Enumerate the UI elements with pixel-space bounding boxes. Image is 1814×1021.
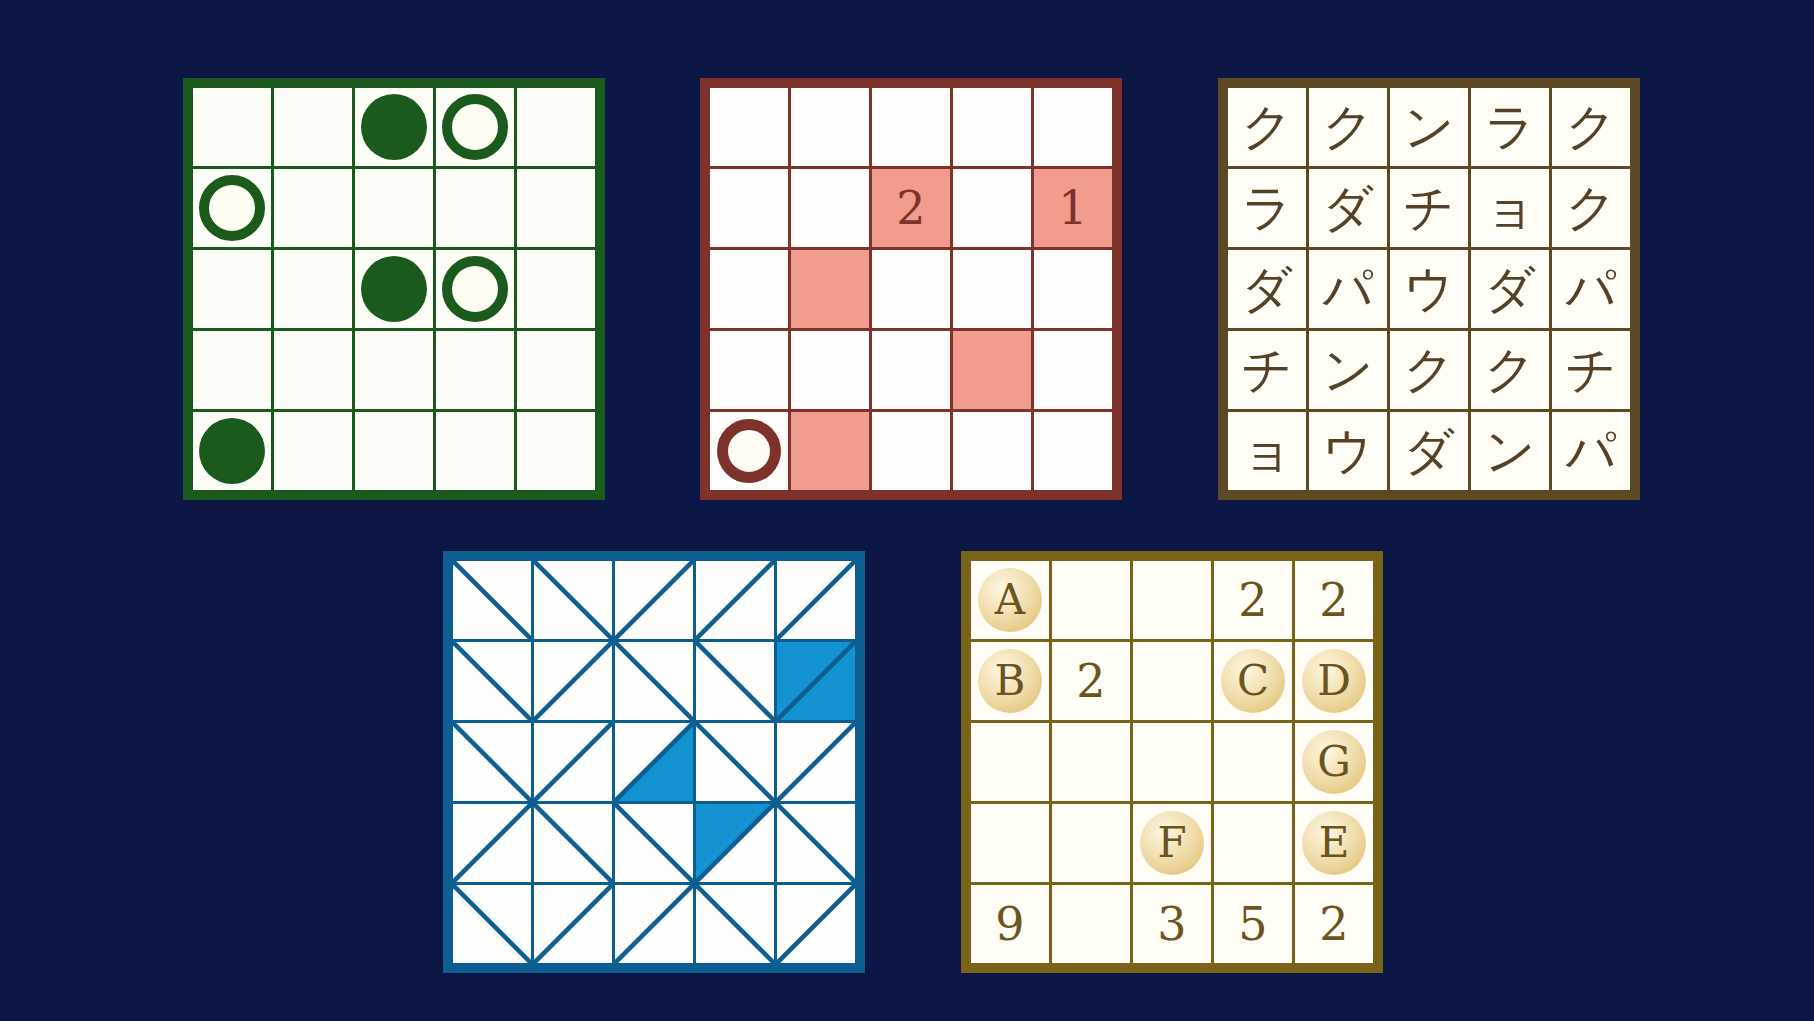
clue-number: 1 [1058,185,1087,231]
stones-cell-r5c2[interactable] [274,412,352,490]
triangles-cell-r1c2[interactable] [534,561,612,639]
back-diagonal-cell [696,642,774,720]
back-diagonal-cell [696,723,774,801]
letters-cell-r2c4[interactable]: C [1214,642,1292,720]
forward-diagonal-cell [777,723,855,801]
katakana-letter: パ [1565,264,1616,314]
stones-cell-r4c1[interactable] [193,331,271,409]
triangles-cell-r3c3[interactable] [615,723,693,801]
open-stone [442,256,508,322]
triangles-cell-r3c5[interactable] [777,723,855,801]
letters-cell-r2c1[interactable]: B [971,642,1049,720]
triangles-cell-r5c1[interactable] [453,885,531,963]
stones-cell-r1c5[interactable] [517,88,595,166]
triangles-cell-r2c1[interactable] [453,642,531,720]
shaded-cell-r1c5[interactable] [1034,88,1112,166]
back-diagonal-cell [453,885,531,963]
triangles-cell-r3c4[interactable] [696,723,774,801]
katakana-cell-r2c4[interactable]: ョ [1471,169,1549,247]
katakana-cell-r3c5[interactable]: パ [1552,250,1630,328]
letters-cell-r3c2[interactable] [1052,723,1130,801]
stones-cell-r3c1[interactable] [193,250,271,328]
shaded-cell-r5c4[interactable] [953,412,1031,490]
katakana-letter: ク [1322,102,1373,152]
katakana-letter: ラ [1241,183,1292,233]
triangles-cell-r3c1[interactable] [453,723,531,801]
letter-circle-D: D [1302,649,1366,713]
letter-circle-G: G [1302,730,1366,794]
katakana-cell-r4c4[interactable]: ク [1471,331,1549,409]
stones-cell-r4c2[interactable] [274,331,352,409]
katakana-cell-r5c4[interactable]: ン [1471,412,1549,490]
back-diagonal-cell [534,804,612,882]
shaded-cell-r1c1[interactable] [710,88,788,166]
katakana-cell-r2c3[interactable]: チ [1390,169,1468,247]
katakana-letter: チ [1403,183,1454,233]
clue-number: 3 [1157,901,1186,947]
open-circle-mark [717,419,781,483]
forward-diagonal-cell [696,561,774,639]
katakana-letter: ウ [1403,264,1454,314]
clue-number: 2 [1238,577,1267,623]
letters-cell-r5c3[interactable]: 3 [1133,885,1211,963]
stones-cell-r2c2[interactable] [274,169,352,247]
stones-cell-r5c1[interactable] [193,412,271,490]
shaded-cell-r4c3[interactable] [872,331,950,409]
back-diagonal-cell [696,885,774,963]
letters-cell-r3c3[interactable] [1133,723,1211,801]
katakana-letter: ョ [1241,426,1292,476]
katakana-cell-r4c5[interactable]: チ [1552,331,1630,409]
katakana-letter: ダ [1403,426,1454,476]
katakana-cell-r5c3[interactable]: ダ [1390,412,1468,490]
forward-diagonal-cell [615,885,693,963]
triangles-cell-r4c4[interactable] [696,804,774,882]
shaded-cell-r3c1[interactable] [710,250,788,328]
shaded-cell-r3c2[interactable] [791,250,869,328]
shaded-cell-r2c4[interactable] [953,169,1031,247]
shaded-cell-r4c1[interactable] [710,331,788,409]
stones-cell-r5c4[interactable] [436,412,514,490]
triangles-cell-r3c2[interactable] [534,723,612,801]
triangles-cell-r1c1[interactable] [453,561,531,639]
clue-number: 2 [1076,658,1105,704]
shaded-cell-r5c2[interactable] [791,412,869,490]
dark-stone [361,256,427,322]
stones-cell-r5c3[interactable] [355,412,433,490]
stones-cell-r2c3[interactable] [355,169,433,247]
shaded-cell-r4c5[interactable] [1034,331,1112,409]
letters-cell-r1c4[interactable]: 2 [1214,561,1292,639]
forward-diagonal-cell [534,885,612,963]
forward-diagonal-cell [534,723,612,801]
shaded-cell-r2c1[interactable] [710,169,788,247]
katakana-cell-r2c2[interactable]: ダ [1309,169,1387,247]
stones-cell-r2c1[interactable] [193,169,271,247]
katakana-cell-r3c2[interactable]: パ [1309,250,1387,328]
dark-stone [361,94,427,160]
board-shaded: 21 [700,78,1122,500]
letters-cell-r4c2[interactable] [1052,804,1130,882]
katakana-letter: パ [1322,264,1373,314]
katakana-cell-r2c5[interactable]: ク [1552,169,1630,247]
shaded-cell-r5c1[interactable] [710,412,788,490]
stones-cell-r3c2[interactable] [274,250,352,328]
back-diagonal-cell [777,804,855,882]
letter-circle-A: A [978,568,1042,632]
katakana-cell-r5c1[interactable]: ョ [1228,412,1306,490]
back-diagonal-cell [453,723,531,801]
katakana-cell-r1c5[interactable]: ク [1552,88,1630,166]
open-stone [199,175,265,241]
letters-cell-r3c5[interactable]: G [1295,723,1373,801]
open-stone [442,94,508,160]
clue-number: 5 [1238,901,1267,947]
board-triangles [443,551,865,973]
shaded-cell-r3c5[interactable] [1034,250,1112,328]
letters-cell-r1c5[interactable]: 2 [1295,561,1373,639]
katakana-cell-r3c1[interactable]: ダ [1228,250,1306,328]
board-stones [183,78,605,500]
shaded-cell-r1c2[interactable] [791,88,869,166]
stones-cell-r1c1[interactable] [193,88,271,166]
letters-cell-r3c4[interactable] [1214,723,1292,801]
triangles-cell-r1c5[interactable] [777,561,855,639]
stones-cell-r3c3[interactable] [355,250,433,328]
letters-cell-r4c4[interactable] [1214,804,1292,882]
katakana-cell-r4c2[interactable]: ン [1309,331,1387,409]
triangles-cell-r5c3[interactable] [615,885,693,963]
letters-cell-r4c1[interactable] [971,804,1049,882]
katakana-letter: ン [1484,426,1535,476]
shaded-cell-r5c3[interactable] [872,412,950,490]
letter-circle-C: C [1221,649,1285,713]
triangles-cell-r2c5[interactable] [777,642,855,720]
back-diagonal-cell [453,642,531,720]
letter-circle-E: E [1302,811,1366,875]
stones-cell-r1c4[interactable] [436,88,514,166]
stones-cell-r3c4[interactable] [436,250,514,328]
katakana-cell-r1c2[interactable]: ク [1309,88,1387,166]
forward-diagonal-cell [696,804,774,882]
triangles-cell-r2c2[interactable] [534,642,612,720]
katakana-cell-r1c3[interactable]: ン [1390,88,1468,166]
katakana-letter: パ [1565,426,1616,476]
shaded-cell-r4c4[interactable] [953,331,1031,409]
letters-cell-r2c2[interactable]: 2 [1052,642,1130,720]
forward-diagonal-cell [777,885,855,963]
letters-cell-r4c5[interactable]: E [1295,804,1373,882]
triangles-cell-r2c4[interactable] [696,642,774,720]
letters-cell-r3c1[interactable] [971,723,1049,801]
katakana-letter: チ [1565,345,1616,395]
katakana-letter: ク [1241,102,1292,152]
shaded-cell-r1c3[interactable] [872,88,950,166]
letters-cell-r5c4[interactable]: 5 [1214,885,1292,963]
shaded-cell-r2c2[interactable] [791,169,869,247]
katakana-letter: ン [1322,345,1373,395]
katakana-letter: ダ [1241,264,1292,314]
board-katakana: ククンラクラダチョクダパウダパチンククチョウダンパ [1218,78,1640,500]
triangles-cell-r5c5[interactable] [777,885,855,963]
stones-cell-r2c4[interactable] [436,169,514,247]
katakana-cell-r1c1[interactable]: ク [1228,88,1306,166]
letters-cell-r1c2[interactable] [1052,561,1130,639]
stones-cell-r1c3[interactable] [355,88,433,166]
stones-cell-r4c3[interactable] [355,331,433,409]
triangles-cell-r4c1[interactable] [453,804,531,882]
letters-cell-r2c3[interactable] [1133,642,1211,720]
letters-cell-r2c5[interactable]: D [1295,642,1373,720]
katakana-letter: ウ [1322,426,1373,476]
stones-cell-r4c5[interactable] [517,331,595,409]
shaded-cell-r3c4[interactable] [953,250,1031,328]
triangles-cell-r4c3[interactable] [615,804,693,882]
letter-circle-F: F [1140,811,1204,875]
board-letters: A22B2CDGFE9352 [961,551,1383,973]
stones-cell-r5c5[interactable] [517,412,595,490]
dark-stone [199,418,265,484]
letters-cell-r5c2[interactable] [1052,885,1130,963]
forward-diagonal-cell [453,804,531,882]
katakana-letter: ク [1565,102,1616,152]
katakana-letter: ラ [1484,102,1535,152]
shaded-cell-r5c5[interactable] [1034,412,1112,490]
katakana-letter: ク [1484,345,1535,395]
triangles-cell-r5c2[interactable] [534,885,612,963]
katakana-cell-r4c3[interactable]: ク [1390,331,1468,409]
triangles-cell-r4c5[interactable] [777,804,855,882]
katakana-letter: ン [1403,102,1454,152]
letters-cell-r5c1[interactable]: 9 [971,885,1049,963]
letters-cell-r1c3[interactable] [1133,561,1211,639]
forward-diagonal-cell [615,723,693,801]
triangles-cell-r2c3[interactable] [615,642,693,720]
stones-cell-r2c5[interactable] [517,169,595,247]
katakana-cell-r3c3[interactable]: ウ [1390,250,1468,328]
stones-cell-r4c4[interactable] [436,331,514,409]
forward-diagonal-cell [534,642,612,720]
clue-number: 2 [896,185,925,231]
katakana-letter: ク [1403,345,1454,395]
katakana-cell-r4c1[interactable]: チ [1228,331,1306,409]
shaded-cell-r1c4[interactable] [953,88,1031,166]
forward-diagonal-cell [615,561,693,639]
letters-cell-r1c1[interactable]: A [971,561,1049,639]
letter-circle-B: B [978,649,1042,713]
triangles-cell-r4c2[interactable] [534,804,612,882]
shaded-cell-r2c3[interactable]: 2 [872,169,950,247]
triangles-cell-r1c4[interactable] [696,561,774,639]
katakana-letter: ョ [1484,183,1535,233]
clue-number: 9 [995,901,1024,947]
katakana-cell-r2c1[interactable]: ラ [1228,169,1306,247]
back-diagonal-cell [615,642,693,720]
katakana-letter: チ [1241,345,1292,395]
stones-cell-r3c5[interactable] [517,250,595,328]
back-diagonal-cell [534,561,612,639]
katakana-letter: ク [1565,183,1616,233]
back-diagonal-cell [453,561,531,639]
katakana-cell-r5c5[interactable]: パ [1552,412,1630,490]
forward-diagonal-cell [777,642,855,720]
shaded-cell-r3c3[interactable] [872,250,950,328]
clue-number: 2 [1319,577,1348,623]
back-diagonal-cell [615,804,693,882]
katakana-letter: ダ [1322,183,1373,233]
triangles-cell-r5c4[interactable] [696,885,774,963]
letters-cell-r5c5[interactable]: 2 [1295,885,1373,963]
forward-diagonal-cell [777,561,855,639]
katakana-cell-r3c4[interactable]: ダ [1471,250,1549,328]
katakana-letter: ダ [1484,264,1535,314]
clue-number: 2 [1319,901,1348,947]
shaded-cell-r2c5[interactable]: 1 [1034,169,1112,247]
shaded-cell-r4c2[interactable] [791,331,869,409]
letters-cell-r4c3[interactable]: F [1133,804,1211,882]
katakana-cell-r5c2[interactable]: ウ [1309,412,1387,490]
stones-cell-r1c2[interactable] [274,88,352,166]
katakana-cell-r1c4[interactable]: ラ [1471,88,1549,166]
triangles-cell-r1c3[interactable] [615,561,693,639]
